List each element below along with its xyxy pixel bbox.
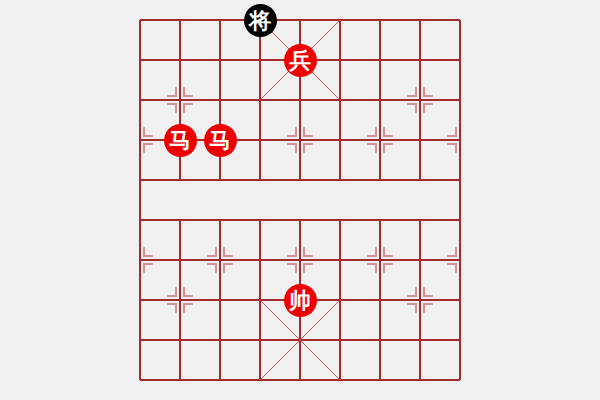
piece-red-general[interactable]: 帅 [284,284,317,317]
piece-glyph: 马 [169,129,191,151]
piece-glyph: 兵 [289,49,311,71]
piece-glyph: 将 [249,9,271,31]
piece-red-horse-left[interactable]: 马 [164,124,197,157]
xiangqi-board[interactable]: 将兵马马帅 [120,0,480,400]
piece-glyph: 马 [209,129,231,151]
piece-red-soldier[interactable]: 兵 [284,44,317,77]
piece-red-horse-right[interactable]: 马 [204,124,237,157]
piece-glyph: 帅 [289,289,311,311]
xiangqi-diagram: 将兵马马帅 [0,0,600,400]
piece-black-general[interactable]: 将 [244,4,277,37]
